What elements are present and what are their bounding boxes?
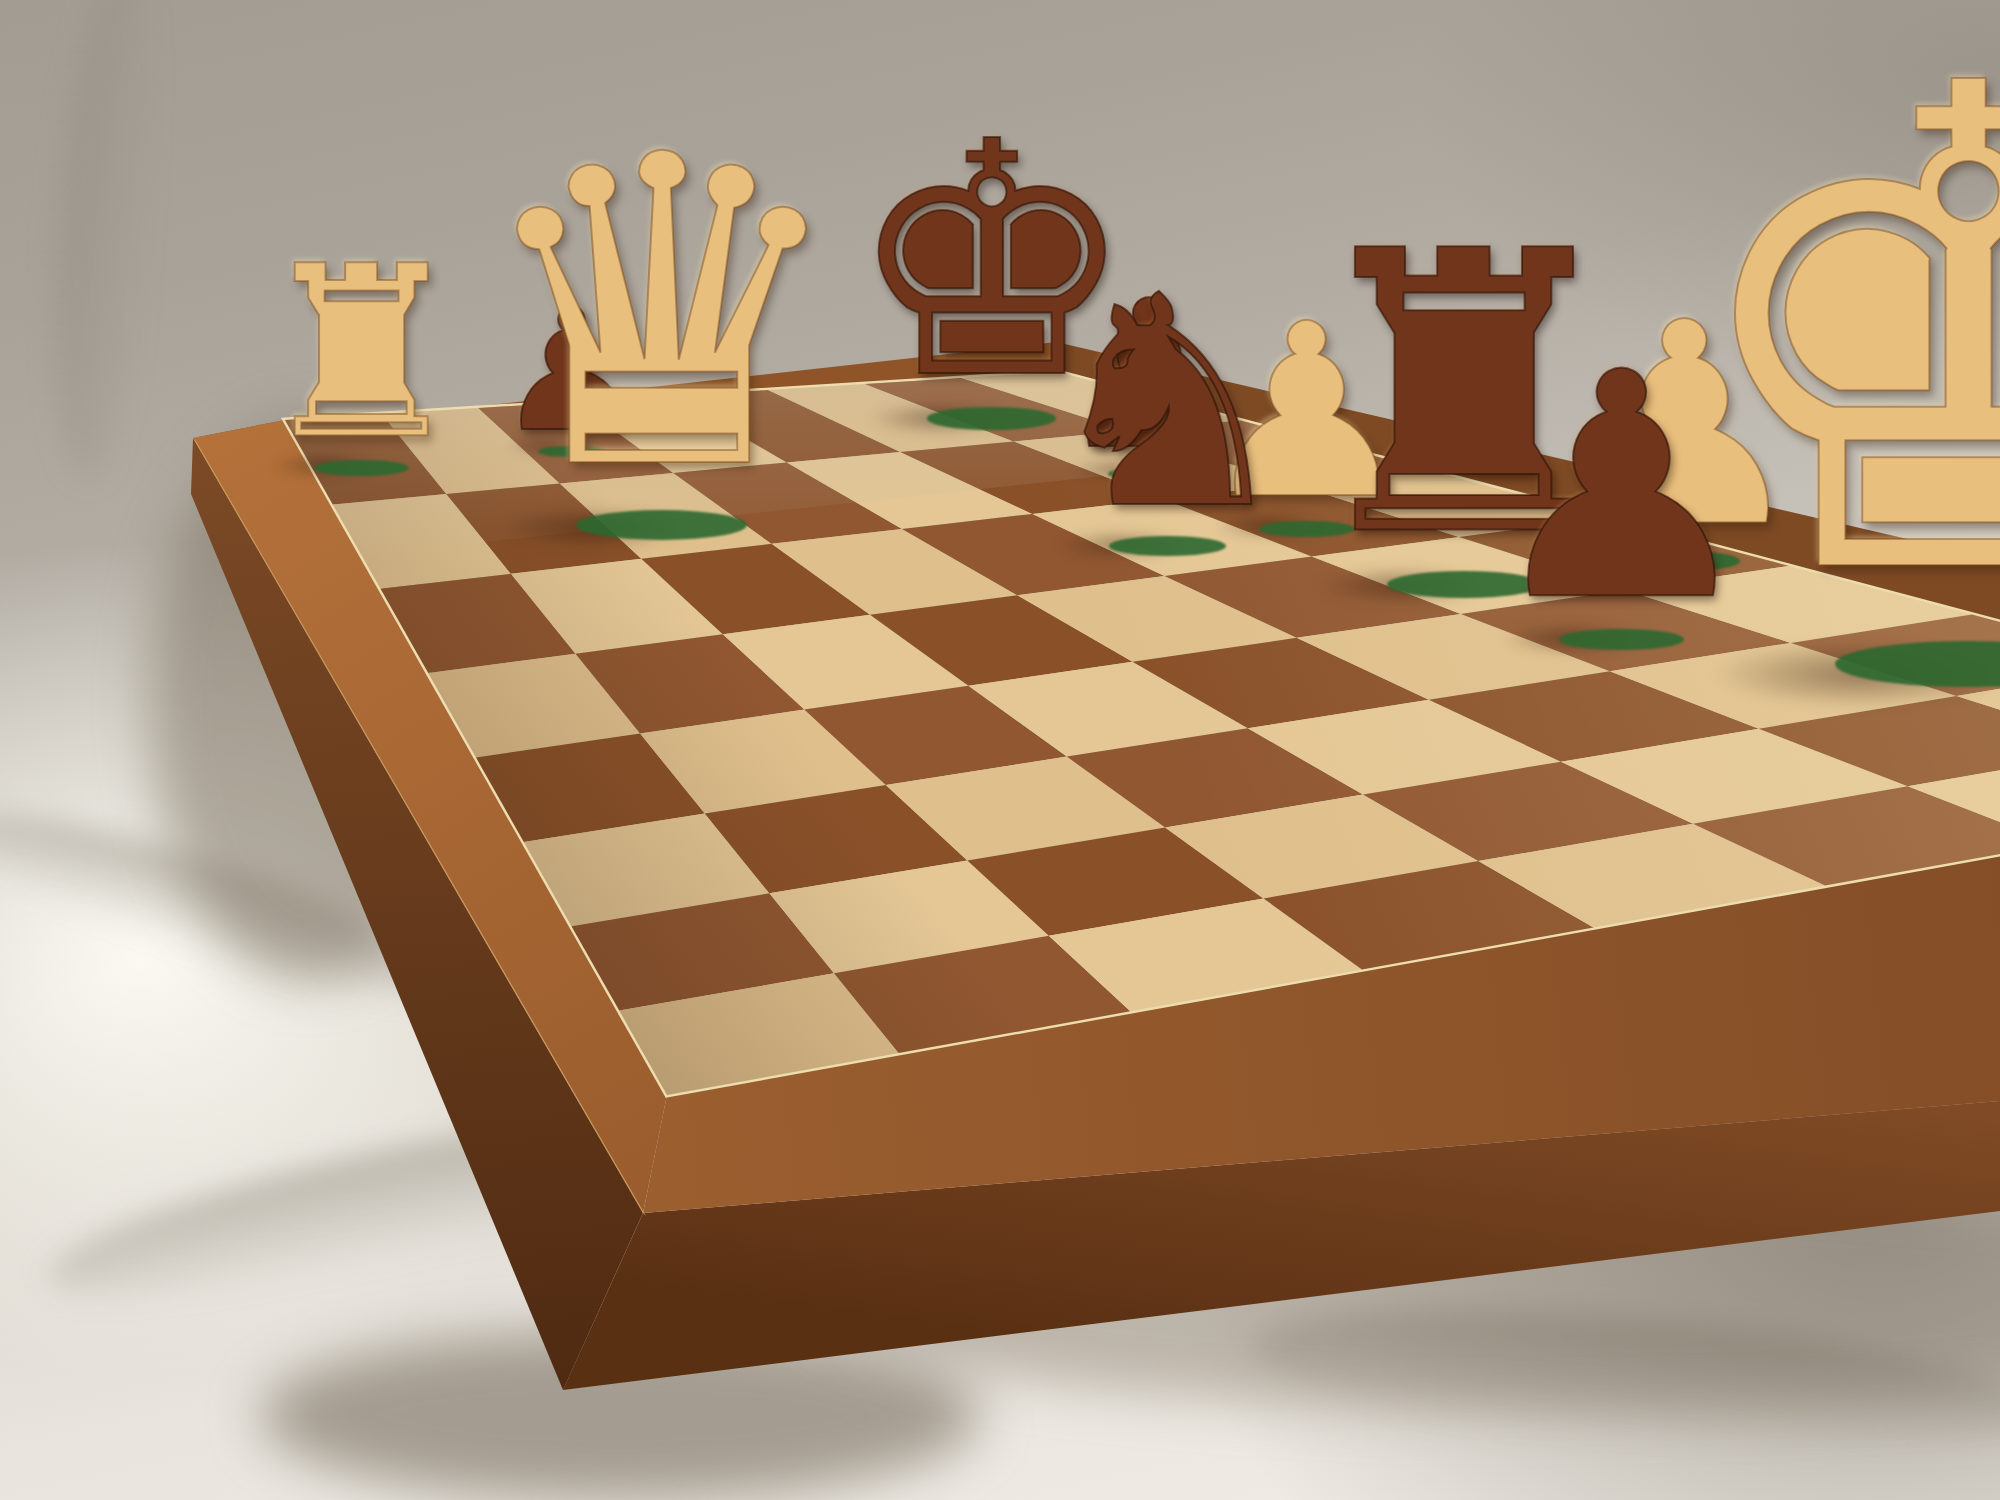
photo-scene: ♚♟♜♟♛♟♞♟♜♟♚ bbox=[0, 0, 2000, 1500]
piece-white-king-f8: ♚ bbox=[1635, 1, 2000, 668]
piece-white-queen-b3: ♛ bbox=[448, 101, 876, 529]
piece-white-rook-a1: ♜ bbox=[243, 235, 480, 472]
chess-pieces: ♚♟♜♟♛♟♞♟♜♟♚ bbox=[0, 0, 2000, 1500]
